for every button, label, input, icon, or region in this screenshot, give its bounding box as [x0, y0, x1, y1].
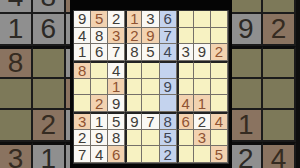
bg-cell-r7c9: 4 [263, 142, 296, 168]
cell-r9c1[interactable]: 7 [74, 146, 91, 163]
bg-cell-r5c9 [263, 79, 296, 111]
cell-r4c9[interactable] [211, 61, 228, 79]
cell-r2c4[interactable]: 2 [125, 28, 142, 45]
cell-r3c6[interactable]: 4 [160, 44, 177, 61]
cell-r5c8[interactable] [194, 79, 211, 96]
bg-cell-r4c2 [33, 46, 66, 79]
cell-r6c9[interactable] [211, 95, 228, 112]
cell-r3c8[interactable]: 9 [194, 44, 211, 61]
bg-cell-r5c2 [33, 79, 66, 111]
cell-r1c1[interactable]: 9 [74, 11, 91, 28]
cell-r5c3[interactable]: 1 [108, 79, 125, 96]
cell-r6c1[interactable] [74, 95, 91, 112]
cell-r8c3[interactable]: 8 [108, 130, 125, 147]
cell-r1c9[interactable] [211, 11, 228, 28]
cell-r8c1[interactable]: 2 [74, 130, 91, 147]
cell-r4c6[interactable] [160, 61, 177, 79]
bg-cell-r5c8 [230, 79, 263, 111]
cell-r1c2[interactable]: 5 [91, 11, 108, 28]
bg-cell-r3c9: 2 [263, 14, 296, 46]
bg-cell-r7c8: 2 [230, 142, 263, 168]
cell-r7c3[interactable]: 5 [108, 112, 125, 130]
bg-cell-r6c1 [0, 110, 33, 142]
cell-r2c9[interactable] [211, 28, 228, 45]
bottom-bar [70, 164, 232, 168]
cell-r7c8[interactable]: 2 [194, 112, 211, 130]
cell-r4c5[interactable] [142, 61, 159, 79]
bg-cell-r4c1: 8 [0, 46, 33, 79]
cell-r9c7[interactable] [177, 146, 194, 163]
cell-r5c4[interactable] [125, 79, 142, 96]
cell-r6c4[interactable] [125, 95, 142, 112]
cell-r4c1[interactable]: 8 [74, 61, 91, 79]
bg-cell-r2c9 [263, 0, 296, 14]
cell-r3c9[interactable]: 2 [211, 44, 228, 61]
cell-r1c8[interactable] [194, 11, 211, 28]
cell-r1c5[interactable]: 3 [142, 11, 159, 28]
cell-r1c3[interactable]: 2 [108, 11, 125, 28]
cell-r7c4[interactable]: 9 [125, 112, 142, 130]
sudoku-app-screen: 9521364832971678543928419294131597862429… [0, 0, 300, 168]
cell-r2c3[interactable]: 3 [108, 28, 125, 45]
cell-r8c5[interactable] [142, 130, 159, 147]
bg-cell-r4c9 [263, 46, 296, 79]
cell-r2c8[interactable] [194, 28, 211, 45]
cell-r8c7[interactable] [177, 130, 194, 147]
cell-r7c7[interactable]: 6 [177, 112, 194, 130]
cell-r8c6[interactable]: 5 [160, 130, 177, 147]
cell-r3c5[interactable]: 5 [142, 44, 159, 61]
cell-r3c1[interactable]: 1 [74, 44, 91, 61]
top-bar [70, 0, 232, 10]
cell-r8c8[interactable]: 3 [194, 130, 211, 147]
cell-r1c4[interactable]: 1 [125, 11, 142, 28]
cell-r9c5[interactable] [142, 146, 159, 163]
cell-r8c9[interactable] [211, 130, 228, 147]
bg-cell-r3c2: 6 [33, 14, 66, 46]
bg-cell-r2c1: 4 [0, 0, 33, 14]
cell-r9c8[interactable] [194, 146, 211, 163]
bg-cell-r6c9 [263, 110, 296, 142]
cell-r5c2[interactable] [91, 79, 108, 96]
bg-cell-r2c2: 8 [33, 0, 66, 14]
cell-r7c2[interactable]: 1 [91, 112, 108, 130]
cell-r6c8[interactable]: 1 [194, 95, 211, 112]
cell-r7c1[interactable]: 3 [74, 112, 91, 130]
cell-r8c2[interactable]: 9 [91, 130, 108, 147]
cell-r1c6[interactable]: 6 [160, 11, 177, 28]
bg-cell-r5c1 [0, 79, 33, 111]
cell-r7c6[interactable]: 8 [160, 112, 177, 130]
cell-r5c6[interactable]: 9 [160, 79, 177, 96]
cell-r6c2[interactable]: 2 [91, 95, 108, 112]
cell-r2c6[interactable]: 7 [160, 28, 177, 45]
cell-r4c7[interactable] [177, 61, 194, 79]
cell-r3c3[interactable]: 7 [108, 44, 125, 61]
cell-r2c1[interactable]: 4 [74, 28, 91, 45]
bg-cell-r7c2: 1 [33, 142, 66, 168]
cell-r8c4[interactable] [125, 130, 142, 147]
cell-r1c7[interactable] [177, 11, 194, 28]
cell-r9c3[interactable]: 6 [108, 146, 125, 163]
cell-r6c7[interactable]: 4 [177, 95, 194, 112]
cell-r3c7[interactable]: 3 [177, 44, 194, 61]
cell-r7c5[interactable]: 7 [142, 112, 159, 130]
cell-r6c3[interactable]: 9 [108, 95, 125, 112]
bg-cell-r6c2: 2 [33, 110, 66, 142]
cell-r9c6[interactable]: 2 [160, 146, 177, 163]
bg-cell-r3c8: 9 [230, 14, 263, 46]
cell-r5c9[interactable] [211, 79, 228, 96]
cell-r4c2[interactable] [91, 61, 108, 79]
cell-r4c3[interactable]: 4 [108, 61, 125, 79]
cell-r2c5[interactable]: 9 [142, 28, 159, 45]
cell-r5c1[interactable] [74, 79, 91, 96]
cell-r9c9[interactable]: 5 [211, 146, 228, 163]
cell-r3c4[interactable]: 8 [125, 44, 142, 61]
bg-cell-r4c8 [230, 46, 263, 79]
bg-cell-r3c1: 1 [0, 14, 33, 46]
cell-r6c6[interactable] [160, 95, 177, 112]
cell-r4c4[interactable] [125, 61, 142, 79]
cell-r7c9[interactable]: 4 [211, 112, 228, 130]
bg-cell-r7c1: 3 [0, 142, 33, 168]
bg-cell-r2c8 [230, 0, 263, 14]
cell-r5c5[interactable] [142, 79, 159, 96]
cell-r4c8[interactable] [194, 61, 211, 79]
cell-r2c2[interactable]: 8 [91, 28, 108, 45]
cell-r6c5[interactable] [142, 95, 159, 112]
cell-r5c7[interactable] [177, 79, 194, 96]
bg-cell-r6c8: 1 [230, 110, 263, 142]
cell-r9c2[interactable]: 4 [91, 146, 108, 163]
cell-r3c2[interactable]: 6 [91, 44, 108, 61]
cell-r2c7[interactable] [177, 28, 194, 45]
focused-board-panel: 9521364832971678543928419294131597862429… [70, 0, 232, 168]
main-sudoku-board[interactable]: 9521364832971678543928419294131597862429… [73, 10, 229, 164]
cell-r9c4[interactable] [125, 146, 142, 163]
